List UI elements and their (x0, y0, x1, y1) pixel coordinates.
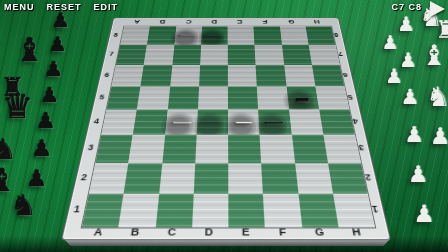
square-c7[interactable] (172, 45, 201, 65)
square-d2[interactable] (193, 163, 228, 194)
tray-black-knight[interactable]: ♞ (11, 191, 37, 220)
square-b7[interactable] (144, 45, 174, 65)
square-a2[interactable] (89, 163, 129, 194)
square-b5[interactable] (137, 86, 170, 109)
square-a1[interactable] (82, 193, 124, 227)
square-g8[interactable] (280, 26, 309, 44)
square-f6[interactable] (256, 65, 286, 87)
piece-black-king-d8[interactable]: ♚ (196, 0, 234, 41)
square-f2[interactable] (261, 163, 298, 194)
tray-white-bishop[interactable]: ♝ (421, 42, 446, 70)
menu-button[interactable]: MENU (4, 2, 35, 12)
file-label-top-g: G (278, 18, 305, 25)
square-h8[interactable] (305, 26, 335, 44)
square-f4[interactable]: ♜ (258, 110, 291, 135)
square-a3[interactable] (95, 135, 133, 163)
square-f7[interactable] (255, 45, 284, 65)
square-b4[interactable] (133, 110, 167, 135)
reset-button[interactable]: RESET (47, 2, 82, 12)
tray-black-queen[interactable]: ♛ (2, 89, 33, 124)
file-label-top-h: H (303, 18, 330, 25)
square-d3[interactable] (195, 135, 228, 163)
square-a8[interactable] (120, 26, 150, 44)
square-d4[interactable]: ♚ (196, 110, 228, 135)
tray-white-pawn[interactable]: ♟ (413, 202, 435, 226)
square-h5[interactable] (315, 86, 349, 109)
square-d1[interactable] (192, 193, 229, 227)
board-frame: ♛♚♟♜♚♝♜ AABBCCDDEEFFGGHH1122334455667788 (61, 18, 392, 241)
square-c2[interactable] (159, 163, 195, 194)
tray-black-pawn[interactable]: ♟ (49, 34, 67, 54)
square-a4[interactable] (101, 110, 137, 135)
piece-white-bishop-e4[interactable]: ♝ (228, 93, 259, 128)
tray-white-pawn[interactable]: ♟ (430, 125, 448, 148)
tray-white-pawn[interactable]: ♟ (404, 124, 424, 146)
square-c1[interactable] (155, 193, 193, 227)
file-label-top-f: F (252, 18, 278, 25)
square-b2[interactable] (124, 163, 162, 194)
tray-black-bishop[interactable]: ♝ (15, 33, 45, 66)
square-b3[interactable] (129, 135, 165, 163)
square-e7[interactable] (228, 45, 256, 65)
square-e4[interactable]: ♝ (228, 110, 260, 135)
square-a6[interactable] (112, 65, 144, 87)
square-h6[interactable] (312, 65, 345, 87)
square-h7[interactable] (308, 45, 339, 65)
square-h1[interactable] (333, 193, 375, 227)
square-e1[interactable] (228, 193, 265, 227)
square-f1[interactable] (263, 193, 302, 227)
tray-black-pawn[interactable]: ♟ (27, 167, 48, 190)
square-e2[interactable] (228, 163, 263, 194)
square-d8[interactable]: ♚ (201, 26, 228, 44)
square-b1[interactable] (119, 193, 159, 227)
board-squares: ♛♚♟♜♚♝♜ (81, 26, 377, 229)
square-c3[interactable] (162, 135, 197, 163)
square-g2[interactable] (295, 163, 333, 194)
tray-black-pawn[interactable]: ♟ (32, 137, 53, 160)
square-g3[interactable] (291, 135, 327, 163)
square-h3[interactable] (323, 135, 361, 163)
square-g4[interactable] (289, 110, 324, 135)
file-label-top-a: A (123, 18, 150, 25)
tray-black-pawn[interactable]: ♟ (52, 10, 70, 30)
tray-white-knight[interactable]: ♞ (426, 83, 448, 110)
square-d7[interactable] (200, 45, 228, 65)
square-f8[interactable] (254, 26, 282, 44)
piece-black-rook-f4[interactable]: ♜ (261, 97, 289, 128)
chess-app: ♛♚♟♜♚♝♜ AABBCCDDEEFFGGHH1122334455667788… (0, 0, 448, 252)
move-indicator: C7 C8 (391, 2, 422, 12)
square-g5[interactable]: ♟ (286, 86, 319, 109)
square-g1[interactable] (298, 193, 338, 227)
tray-black-pawn[interactable]: ♟ (45, 59, 64, 80)
tray-white-pawn[interactable]: ♟ (397, 14, 415, 34)
piece-black-pawn-g5[interactable]: ♟ (293, 84, 311, 104)
square-g7[interactable] (282, 45, 312, 65)
square-a7[interactable] (116, 45, 147, 65)
edit-button[interactable]: EDIT (94, 2, 119, 12)
tray-black-pawn[interactable]: ♟ (36, 110, 56, 132)
square-e3[interactable] (228, 135, 261, 163)
square-h2[interactable] (328, 163, 368, 194)
square-h4[interactable] (319, 110, 355, 135)
tray-black-knight[interactable]: ♞ (0, 135, 17, 164)
tray-white-pawn[interactable]: ♟ (408, 163, 429, 186)
tray-white-pawn[interactable]: ♟ (381, 33, 398, 52)
menu-bar: MENU RESET EDIT (4, 2, 118, 12)
forward-play-icon[interactable] (430, 1, 445, 17)
tray-black-pawn[interactable]: ♟ (41, 85, 60, 106)
square-f3[interactable] (260, 135, 295, 163)
square-b6[interactable] (141, 65, 172, 87)
tray-white-pawn[interactable]: ♟ (385, 66, 403, 86)
tray-white-pawn[interactable]: ♟ (401, 87, 420, 108)
square-a5[interactable] (107, 86, 141, 109)
